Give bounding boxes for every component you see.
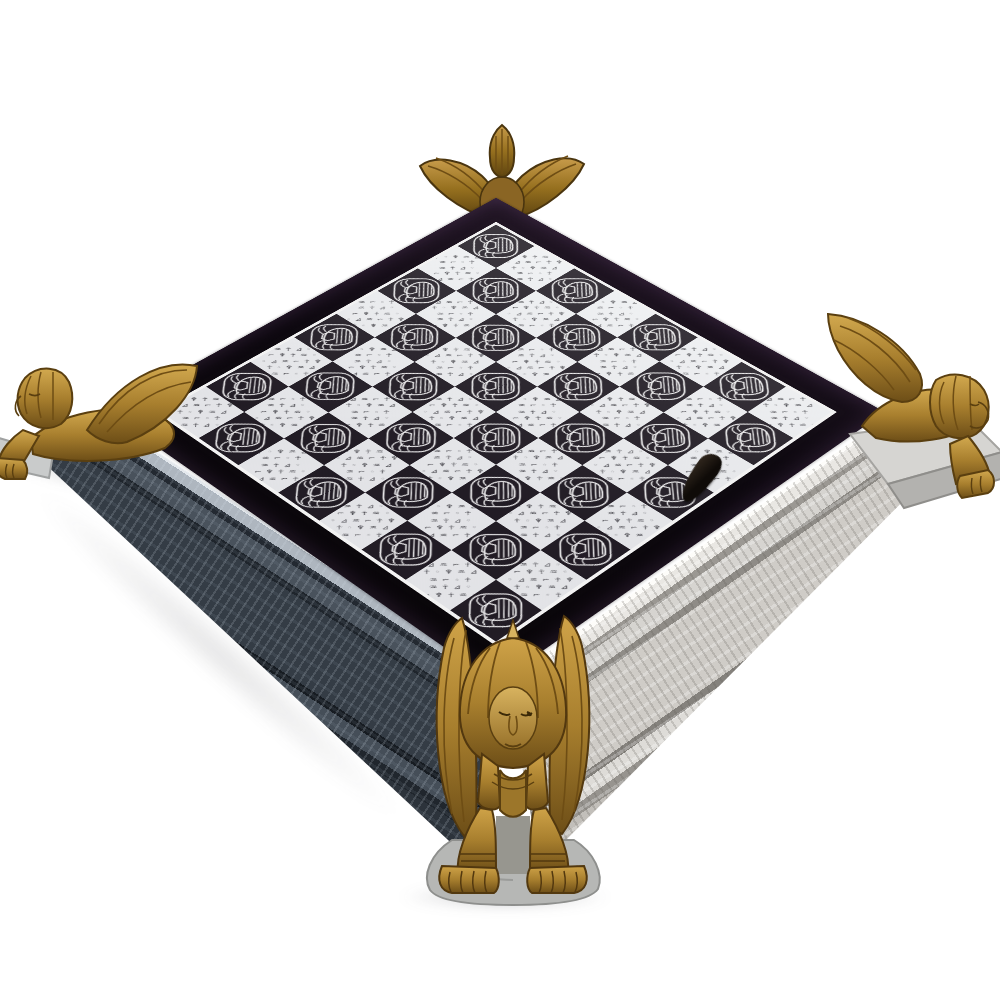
scarab-cartouche-icon: [388, 322, 442, 353]
hieroglyph-rows: ♒ ☥ ⊿ ◦⌐ ♆ ☥ ♒ ◦◦ ⊿ ♒ ⌐ ☥ ♆☥ ◦ ♆ ♒ ⊿♒ ⌐ …: [508, 561, 576, 598]
scarab-cartouche-icon: [467, 474, 524, 510]
product-photo: ⌐ ♆ ☥ ♒ ◦◦ ⊿ ♒ ⌐ ☥ ♆☥ ◦ ♆ ♒ ⊿♒ ⌐ ◦ ☥♒ ☥ …: [0, 0, 1000, 1000]
scarab-cartouche-icon: [633, 370, 690, 403]
scarab-cartouche-icon: [380, 474, 438, 510]
scarab-cartouche-icon: [470, 276, 522, 306]
scarab-cartouche-icon: [467, 531, 526, 569]
scarab-cartouche-icon: [376, 531, 436, 569]
scarab-cartouche-icon: [469, 370, 523, 403]
sphinx-figure-front: [378, 604, 648, 906]
sphinx-figure-right: [818, 306, 1000, 513]
scarab-cartouche-icon: [383, 421, 440, 455]
scarab-cartouche-icon: [637, 421, 695, 455]
scarab-cartouche-icon: [470, 322, 523, 353]
scarab-cartouche-icon: [468, 421, 524, 455]
scarab-cartouche-icon: [385, 370, 440, 403]
scarab-cartouche-icon: [471, 232, 521, 260]
scarab-cartouche-icon: [551, 370, 606, 403]
scarab-cartouche-icon: [549, 276, 601, 306]
sphinx-figure-left: [0, 318, 207, 490]
scarab-cartouche-icon: [550, 322, 604, 353]
scarab-cartouche-icon: [556, 531, 616, 569]
scarab-cartouche-icon: [553, 421, 610, 455]
scarab-cartouche-icon: [630, 322, 685, 353]
scarab-cartouche-icon: [554, 474, 612, 510]
scarab-cartouche-icon: [391, 276, 443, 306]
